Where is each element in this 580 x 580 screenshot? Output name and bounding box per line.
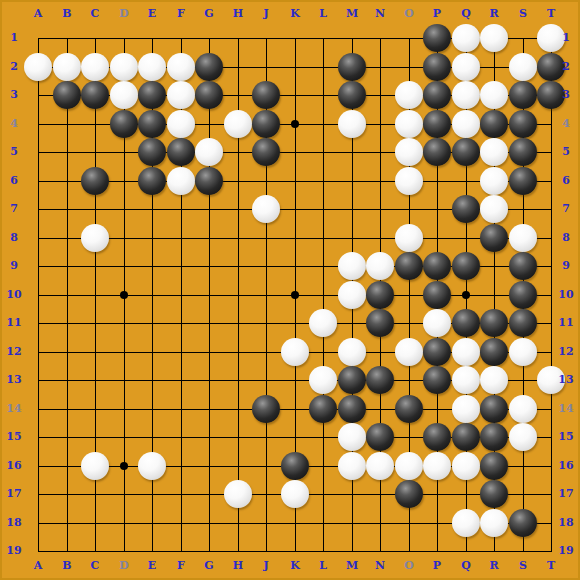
- stone-white: [338, 252, 366, 280]
- stone-black: [480, 309, 508, 337]
- stone-white: [81, 53, 109, 81]
- hoshi-point: [291, 120, 299, 128]
- stone-white: [167, 110, 195, 138]
- col-label-top: K: [283, 7, 307, 21]
- stone-black: [366, 366, 394, 394]
- row-label-left: 14: [2, 402, 26, 416]
- col-label-bottom: C: [83, 559, 107, 573]
- col-label-bottom: T: [539, 559, 563, 573]
- stone-white: [167, 167, 195, 195]
- stone-white: [138, 452, 166, 480]
- row-label-right: 14: [554, 402, 578, 416]
- col-label-top: J: [254, 7, 278, 21]
- stone-black: [423, 423, 451, 451]
- row-label-left: 12: [2, 345, 26, 359]
- stone-black: [480, 480, 508, 508]
- stone-black: [338, 81, 366, 109]
- col-label-top: F: [169, 7, 193, 21]
- stone-white: [452, 395, 480, 423]
- row-label-left: 11: [2, 316, 26, 330]
- stone-white: [338, 423, 366, 451]
- col-label-top: P: [425, 7, 449, 21]
- stone-white: [395, 110, 423, 138]
- stone-black: [480, 224, 508, 252]
- row-label-right: 10: [554, 288, 578, 302]
- row-label-left: 8: [2, 231, 26, 245]
- col-label-bottom: R: [482, 559, 506, 573]
- row-label-right: 1: [554, 31, 578, 45]
- row-label-right: 15: [554, 430, 578, 444]
- row-label-left: 9: [2, 259, 26, 273]
- col-label-top: A: [26, 7, 50, 21]
- hoshi-point: [120, 462, 128, 470]
- col-label-bottom: K: [283, 559, 307, 573]
- stone-white: [195, 138, 223, 166]
- stone-white: [452, 338, 480, 366]
- stone-white: [366, 252, 394, 280]
- row-label-right: 6: [554, 174, 578, 188]
- col-label-bottom: A: [26, 559, 50, 573]
- stone-white: [480, 509, 508, 537]
- row-label-right: 11: [554, 316, 578, 330]
- grid-line-horizontal: [38, 551, 552, 552]
- stone-black: [480, 395, 508, 423]
- stone-black: [423, 138, 451, 166]
- stone-black: [452, 252, 480, 280]
- stone-white: [167, 81, 195, 109]
- stone-black: [309, 395, 337, 423]
- stone-white: [110, 81, 138, 109]
- stone-white: [53, 53, 81, 81]
- stone-black: [509, 309, 537, 337]
- stone-black: [81, 81, 109, 109]
- grid-line-vertical: [551, 38, 552, 552]
- hoshi-point: [120, 291, 128, 299]
- stone-white: [338, 452, 366, 480]
- hoshi-point: [462, 291, 470, 299]
- stone-white: [81, 224, 109, 252]
- stone-white: [452, 53, 480, 81]
- stone-black: [452, 195, 480, 223]
- col-label-bottom: G: [197, 559, 221, 573]
- row-label-left: 10: [2, 288, 26, 302]
- stone-black: [53, 81, 81, 109]
- stone-white: [452, 81, 480, 109]
- stone-black: [195, 53, 223, 81]
- stone-white: [309, 366, 337, 394]
- col-label-top: R: [482, 7, 506, 21]
- hoshi-point: [291, 291, 299, 299]
- stone-white: [281, 338, 309, 366]
- col-label-bottom: J: [254, 559, 278, 573]
- stone-black: [509, 252, 537, 280]
- row-label-right: 18: [554, 516, 578, 530]
- row-label-left: 1: [2, 31, 26, 45]
- stone-black: [452, 138, 480, 166]
- stone-white: [81, 452, 109, 480]
- stone-white: [281, 480, 309, 508]
- col-label-top: B: [55, 7, 79, 21]
- row-label-left: 19: [2, 544, 26, 558]
- stone-black: [395, 480, 423, 508]
- stone-white: [509, 423, 537, 451]
- col-label-bottom: S: [511, 559, 535, 573]
- stone-black: [252, 138, 280, 166]
- stone-black: [423, 24, 451, 52]
- col-label-bottom: N: [368, 559, 392, 573]
- stone-white: [452, 24, 480, 52]
- col-label-bottom: E: [140, 559, 164, 573]
- col-label-top: T: [539, 7, 563, 21]
- row-label-left: 2: [2, 60, 26, 74]
- stone-black: [110, 110, 138, 138]
- row-label-left: 7: [2, 202, 26, 216]
- stone-black: [480, 110, 508, 138]
- row-label-right: 13: [554, 373, 578, 387]
- go-board-screen: ABCDEFGHJKLMNOPQRST ABCDEFGHJKLMNOPQRST …: [0, 0, 580, 580]
- stone-white: [395, 452, 423, 480]
- stone-black: [138, 110, 166, 138]
- stone-white: [452, 509, 480, 537]
- col-label-bottom: L: [311, 559, 335, 573]
- stone-white: [167, 53, 195, 81]
- stone-black: [366, 309, 394, 337]
- stone-white: [366, 452, 394, 480]
- stone-white: [395, 167, 423, 195]
- stone-white: [395, 138, 423, 166]
- stone-white: [480, 195, 508, 223]
- row-label-left: 16: [2, 459, 26, 473]
- stone-white: [509, 53, 537, 81]
- row-label-right: 16: [554, 459, 578, 473]
- stone-black: [395, 395, 423, 423]
- stone-black: [252, 81, 280, 109]
- stone-white: [480, 138, 508, 166]
- stone-black: [338, 53, 366, 81]
- stone-black: [395, 252, 423, 280]
- col-label-top: N: [368, 7, 392, 21]
- stone-white: [252, 195, 280, 223]
- row-label-left: 6: [2, 174, 26, 188]
- stone-white: [338, 110, 366, 138]
- stone-white: [509, 395, 537, 423]
- stone-black: [138, 81, 166, 109]
- row-label-left: 13: [2, 373, 26, 387]
- stone-white: [509, 224, 537, 252]
- stone-black: [480, 452, 508, 480]
- stone-black: [366, 423, 394, 451]
- col-label-bottom: M: [340, 559, 364, 573]
- stone-black: [138, 167, 166, 195]
- stone-white: [452, 452, 480, 480]
- row-label-right: 2: [554, 60, 578, 74]
- stone-black: [480, 423, 508, 451]
- col-label-top: Q: [454, 7, 478, 21]
- row-label-right: 3: [554, 88, 578, 102]
- row-label-right: 4: [554, 117, 578, 131]
- stone-black: [423, 281, 451, 309]
- stone-white: [395, 81, 423, 109]
- stone-white: [395, 224, 423, 252]
- stone-black: [480, 338, 508, 366]
- row-label-left: 4: [2, 117, 26, 131]
- stone-black: [138, 138, 166, 166]
- stone-white: [138, 53, 166, 81]
- stone-white: [224, 110, 252, 138]
- stone-black: [509, 138, 537, 166]
- row-label-right: 12: [554, 345, 578, 359]
- col-label-top: E: [140, 7, 164, 21]
- stone-black: [509, 167, 537, 195]
- row-label-left: 18: [2, 516, 26, 530]
- row-label-right: 17: [554, 487, 578, 501]
- row-label-right: 19: [554, 544, 578, 558]
- col-label-top: M: [340, 7, 364, 21]
- row-label-right: 8: [554, 231, 578, 245]
- stone-black: [423, 81, 451, 109]
- stone-white: [480, 167, 508, 195]
- stone-white: [452, 110, 480, 138]
- col-label-top: D: [112, 7, 136, 21]
- stone-black: [509, 281, 537, 309]
- stone-black: [338, 366, 366, 394]
- stone-white: [480, 24, 508, 52]
- stone-black: [423, 53, 451, 81]
- stone-black: [423, 338, 451, 366]
- col-label-top: S: [511, 7, 535, 21]
- stone-black: [338, 395, 366, 423]
- row-label-right: 7: [554, 202, 578, 216]
- stone-black: [281, 452, 309, 480]
- col-label-top: G: [197, 7, 221, 21]
- stone-black: [366, 281, 394, 309]
- row-label-left: 15: [2, 430, 26, 444]
- stone-white: [452, 366, 480, 394]
- stone-white: [480, 81, 508, 109]
- col-label-top: C: [83, 7, 107, 21]
- stone-white: [338, 281, 366, 309]
- stone-black: [195, 167, 223, 195]
- stone-white: [395, 338, 423, 366]
- row-label-right: 5: [554, 145, 578, 159]
- row-label-right: 9: [554, 259, 578, 273]
- col-label-top: O: [397, 7, 421, 21]
- col-label-top: H: [226, 7, 250, 21]
- col-label-bottom: P: [425, 559, 449, 573]
- row-label-left: 5: [2, 145, 26, 159]
- col-label-bottom: F: [169, 559, 193, 573]
- col-label-bottom: H: [226, 559, 250, 573]
- row-label-left: 17: [2, 487, 26, 501]
- stone-white: [24, 53, 52, 81]
- stone-black: [452, 309, 480, 337]
- stone-black: [423, 366, 451, 394]
- stone-white: [224, 480, 252, 508]
- grid-line-vertical: [323, 38, 324, 552]
- stone-white: [509, 338, 537, 366]
- stone-black: [252, 395, 280, 423]
- stone-black: [423, 110, 451, 138]
- stone-black: [167, 138, 195, 166]
- stone-black: [452, 423, 480, 451]
- col-label-bottom: D: [112, 559, 136, 573]
- stone-black: [423, 252, 451, 280]
- stone-black: [252, 110, 280, 138]
- stone-black: [195, 81, 223, 109]
- stone-white: [423, 452, 451, 480]
- stone-black: [509, 81, 537, 109]
- col-label-top: L: [311, 7, 335, 21]
- col-label-bottom: B: [55, 559, 79, 573]
- stone-black: [81, 167, 109, 195]
- stone-black: [509, 509, 537, 537]
- stone-white: [423, 309, 451, 337]
- stone-white: [309, 309, 337, 337]
- stone-white: [110, 53, 138, 81]
- stone-black: [509, 110, 537, 138]
- stone-white: [338, 338, 366, 366]
- row-label-left: 3: [2, 88, 26, 102]
- stone-white: [480, 366, 508, 394]
- col-label-bottom: O: [397, 559, 421, 573]
- col-label-bottom: Q: [454, 559, 478, 573]
